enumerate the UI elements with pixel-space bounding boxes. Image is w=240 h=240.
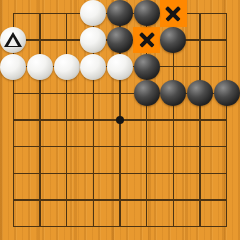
go-board[interactable]: [0, 0, 240, 240]
black-stone: [134, 0, 160, 26]
black-stone: [214, 80, 240, 106]
grid-line-vertical: [199, 13, 200, 228]
black-stone: [107, 0, 133, 26]
black-stone: [160, 80, 186, 106]
grid-line-horizontal: [13, 146, 228, 147]
white-stone: [80, 0, 106, 26]
white-stone: [107, 54, 133, 80]
grid-line-horizontal: [13, 199, 228, 200]
white-stone: [54, 54, 80, 80]
black-stone: [134, 54, 160, 80]
x-mark: [138, 31, 156, 49]
white-stone: [0, 54, 26, 80]
white-stone: [27, 54, 53, 80]
black-stone: [134, 80, 160, 106]
grid-line-horizontal: [13, 226, 228, 227]
triangle-mark-fill: [8, 37, 18, 46]
black-stone: [107, 27, 133, 53]
grid-line-vertical: [226, 13, 227, 228]
white-stone: [80, 27, 106, 53]
triangle-mark: [4, 32, 22, 47]
grid-line-horizontal: [13, 173, 228, 174]
star-point: [116, 116, 124, 124]
x-mark: [164, 4, 182, 22]
black-stone: [187, 80, 213, 106]
white-stone: [80, 54, 106, 80]
black-stone: [160, 27, 186, 53]
